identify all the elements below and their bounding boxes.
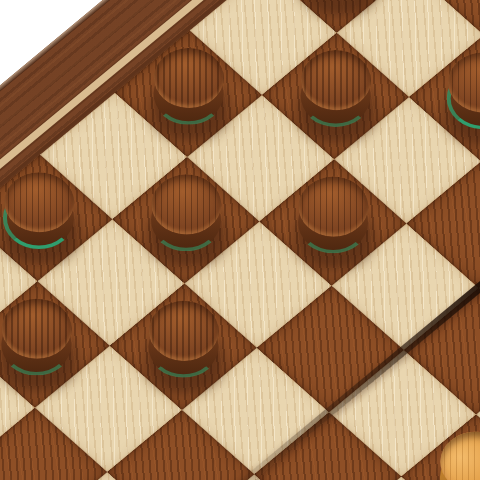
checkers-board (0, 0, 480, 480)
photo-scene (0, 0, 480, 480)
